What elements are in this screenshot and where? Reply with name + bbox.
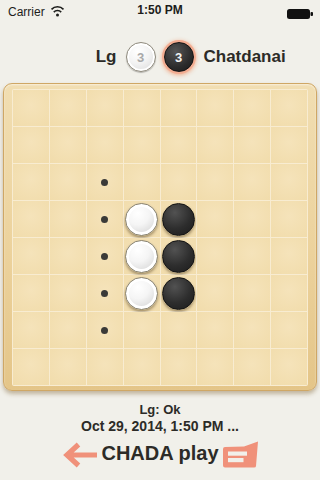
board-cell[interactable] <box>197 164 233 200</box>
board-cell[interactable] <box>271 201 307 237</box>
status-time: 1:50 PM <box>0 3 320 17</box>
board-cell[interactable] <box>13 238 49 274</box>
board-cell[interactable] <box>87 90 123 126</box>
board-cell[interactable] <box>271 349 307 385</box>
board-cell[interactable] <box>13 201 49 237</box>
board-cell[interactable] <box>13 164 49 200</box>
message-timestamp: Oct 29, 2014, 1:50 PM ... <box>0 418 320 434</box>
board-cell[interactable] <box>197 90 233 126</box>
legal-move-dot <box>101 290 108 297</box>
board-cell[interactable] <box>161 90 197 126</box>
white-disc <box>125 240 158 273</box>
board-cell[interactable] <box>161 275 197 311</box>
board-cell[interactable] <box>271 90 307 126</box>
board-cell[interactable] <box>50 238 86 274</box>
board-cell[interactable] <box>271 312 307 348</box>
app-title: CHADA play <box>0 442 320 465</box>
board-cell[interactable] <box>234 201 270 237</box>
legal-move-dot <box>101 179 108 186</box>
black-score-disc: 3 <box>164 42 194 72</box>
chat-button[interactable] <box>220 441 260 471</box>
board-cell[interactable] <box>197 349 233 385</box>
board-cell[interactable] <box>87 275 123 311</box>
black-disc <box>162 203 195 236</box>
chat-message: Lg: Ok <box>0 402 320 417</box>
board-cell[interactable] <box>50 90 86 126</box>
board-cell[interactable] <box>50 349 86 385</box>
black-score: 3 <box>175 50 182 65</box>
board-cell[interactable] <box>124 312 160 348</box>
board-cell[interactable] <box>161 238 197 274</box>
black-disc <box>162 240 195 273</box>
board-cell[interactable] <box>13 312 49 348</box>
board-cell[interactable] <box>271 164 307 200</box>
battery-icon <box>287 5 313 23</box>
board-cell[interactable] <box>50 164 86 200</box>
board-cell[interactable] <box>161 349 197 385</box>
board-cell[interactable] <box>50 127 86 163</box>
board-cell[interactable] <box>161 312 197 348</box>
board-cell[interactable] <box>124 275 160 311</box>
board-cell[interactable] <box>197 312 233 348</box>
board-cell[interactable] <box>234 349 270 385</box>
white-player-name: Lg <box>0 47 126 67</box>
board-cell[interactable] <box>271 275 307 311</box>
legal-move-dot <box>101 327 108 334</box>
board-cell[interactable] <box>234 164 270 200</box>
board-cell[interactable] <box>13 349 49 385</box>
board-cell[interactable] <box>124 90 160 126</box>
board-cell[interactable] <box>197 238 233 274</box>
board-cell[interactable] <box>13 275 49 311</box>
board-cell[interactable] <box>50 312 86 348</box>
status-bar: Carrier 1:50 PM <box>0 0 320 20</box>
board-cell[interactable] <box>161 127 197 163</box>
board-cell[interactable] <box>197 275 233 311</box>
chat-bubble-icon <box>220 440 260 472</box>
board-grid <box>12 89 308 386</box>
board-cell[interactable] <box>197 201 233 237</box>
board-cell[interactable] <box>124 349 160 385</box>
board-cell[interactable] <box>161 164 197 200</box>
white-score-disc: 3 <box>126 42 156 72</box>
board-cell[interactable] <box>124 201 160 237</box>
board-cell[interactable] <box>13 90 49 126</box>
white-score: 3 <box>137 50 144 65</box>
white-disc <box>125 203 158 236</box>
turn-indicator-ring: 3 <box>162 40 196 74</box>
board-cell[interactable] <box>124 127 160 163</box>
board-cell[interactable] <box>87 349 123 385</box>
board-cell[interactable] <box>234 127 270 163</box>
legal-move-dot <box>101 216 108 223</box>
black-disc <box>162 277 195 310</box>
board-cell[interactable] <box>124 238 160 274</box>
score-header: Lg 3 3 Chatdanai <box>0 40 320 74</box>
board-cell[interactable] <box>87 312 123 348</box>
reversi-board <box>3 83 317 391</box>
board-cell[interactable] <box>234 238 270 274</box>
board-cell[interactable] <box>234 312 270 348</box>
legal-move-dot <box>101 253 108 260</box>
board-cell[interactable] <box>234 275 270 311</box>
app-screen: Carrier 1:50 PM Lg 3 3 <box>0 0 320 480</box>
board-cell[interactable] <box>50 201 86 237</box>
board-cell[interactable] <box>197 127 233 163</box>
black-player-name: Chatdanai <box>196 47 320 67</box>
board-cell[interactable] <box>271 127 307 163</box>
board-cell[interactable] <box>124 164 160 200</box>
board-cell[interactable] <box>50 275 86 311</box>
board-cell[interactable] <box>271 238 307 274</box>
board-cell[interactable] <box>13 127 49 163</box>
board-cell[interactable] <box>87 127 123 163</box>
board-cell[interactable] <box>87 238 123 274</box>
footer-bar: CHADA play <box>0 436 320 480</box>
board-cell[interactable] <box>87 164 123 200</box>
board-cell[interactable] <box>161 201 197 237</box>
board-cell[interactable] <box>87 201 123 237</box>
board-cell[interactable] <box>234 90 270 126</box>
white-disc <box>125 277 158 310</box>
